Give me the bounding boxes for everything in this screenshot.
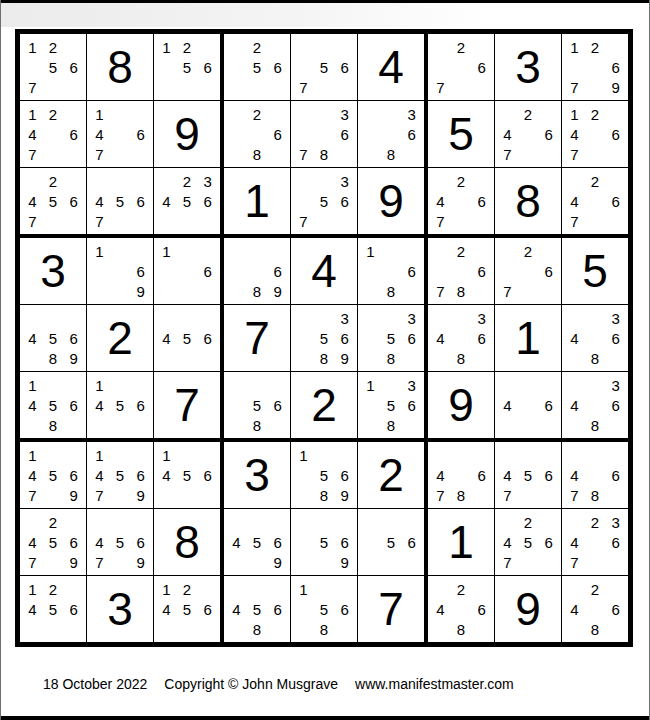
candidate-8 (585, 144, 606, 164)
candidate-5: 5 (177, 191, 198, 211)
candidate-1 (293, 37, 314, 57)
sudoku-cell-r9c4: 4568 (224, 576, 291, 642)
candidate-5: 5 (247, 57, 268, 77)
pencil-marks: 12679 (562, 34, 628, 100)
given-digit: 3 (20, 238, 86, 304)
pencil-marks: 1456 (154, 442, 220, 508)
candidate-3 (267, 579, 288, 599)
candidate-7 (360, 415, 381, 435)
candidate-5 (451, 328, 472, 348)
pencil-marks: 24567 (495, 509, 561, 575)
candidate-6: 6 (197, 191, 218, 211)
candidate-3 (471, 171, 492, 191)
candidate-5 (518, 261, 539, 281)
pencil-marks: 3678 (291, 101, 357, 167)
sudoku-cell-r4c5: 4 (291, 238, 358, 305)
candidate-3 (334, 445, 355, 465)
candidate-7 (293, 619, 314, 639)
candidate-2 (110, 512, 131, 532)
candidate-9 (63, 77, 84, 97)
candidate-2 (314, 171, 335, 191)
candidate-4: 4 (22, 191, 43, 211)
pencil-marks: 145679 (20, 442, 86, 508)
candidate-7 (360, 552, 381, 572)
candidate-5 (451, 465, 472, 485)
candidate-7 (293, 348, 314, 368)
sudoku-cell-r1c8: 3 (495, 34, 562, 101)
candidate-1: 1 (293, 445, 314, 465)
candidate-8 (43, 619, 64, 639)
candidate-9: 9 (130, 552, 151, 572)
candidate-8 (585, 552, 606, 572)
candidate-8: 8 (314, 619, 335, 639)
candidate-4 (564, 57, 585, 77)
candidate-4 (156, 57, 177, 77)
candidate-7 (156, 485, 177, 505)
candidate-6: 6 (605, 57, 626, 77)
candidate-7: 7 (22, 485, 43, 505)
candidate-8 (177, 485, 198, 505)
candidate-4: 4 (564, 532, 585, 552)
candidate-8: 8 (43, 415, 64, 435)
candidate-3 (130, 512, 151, 532)
pencil-marks: 4569 (224, 509, 290, 575)
candidate-7: 7 (293, 211, 314, 231)
candidate-6: 6 (605, 395, 626, 415)
candidate-2 (585, 375, 606, 395)
sudoku-cell-r3c5: 3567 (291, 168, 358, 234)
pencil-marks: 45689 (20, 305, 86, 371)
candidate-7 (360, 348, 381, 368)
candidate-4 (430, 57, 451, 77)
candidate-6: 6 (401, 124, 422, 144)
sudoku-cell-r1c6: 4 (358, 34, 424, 101)
candidate-6: 6 (471, 599, 492, 619)
candidate-6: 6 (605, 599, 626, 619)
candidate-2 (518, 375, 539, 395)
candidate-2: 2 (247, 104, 268, 124)
sudoku-cell-r9c2: 3 (87, 576, 154, 642)
candidate-8: 8 (451, 619, 472, 639)
candidate-5 (314, 124, 335, 144)
candidate-1: 1 (156, 579, 177, 599)
candidate-7 (226, 281, 247, 301)
pencil-marks: 3468 (562, 372, 628, 438)
candidate-1: 1 (22, 579, 43, 599)
sudoku-cell-r8c3: 8 (154, 509, 220, 576)
candidate-9 (130, 211, 151, 231)
candidate-3 (130, 241, 151, 261)
candidate-5: 5 (177, 599, 198, 619)
candidate-2: 2 (43, 512, 64, 532)
candidate-3 (605, 37, 626, 57)
sudoku-cell-r5c1: 45689 (20, 305, 87, 372)
candidate-2 (314, 37, 335, 57)
given-digit: 4 (358, 34, 424, 100)
candidate-8 (43, 77, 64, 97)
pencil-marks: 3468 (428, 305, 494, 371)
candidate-7: 7 (564, 552, 585, 572)
candidate-7 (156, 281, 177, 301)
pencil-marks: 45679 (87, 509, 153, 575)
pencil-marks: 569 (291, 509, 357, 575)
sudoku-cell-r1c1: 12567 (20, 34, 87, 101)
candidate-7 (89, 415, 110, 435)
candidate-4 (360, 328, 381, 348)
candidate-5: 5 (110, 532, 131, 552)
candidate-5 (177, 261, 198, 281)
candidate-1 (293, 171, 314, 191)
candidate-6: 6 (130, 124, 151, 144)
candidate-4 (293, 465, 314, 485)
candidate-8 (518, 552, 539, 572)
candidate-3: 3 (401, 375, 422, 395)
sudoku-box-4: 3169164568924561456814567 (18, 236, 222, 440)
candidate-7 (564, 619, 585, 639)
candidate-5: 5 (314, 57, 335, 77)
sudoku-cell-r4c6: 168 (358, 238, 424, 305)
candidate-8 (110, 144, 131, 164)
candidate-4 (430, 261, 451, 281)
candidate-3 (197, 579, 218, 599)
candidate-2: 2 (177, 579, 198, 599)
given-digit: 7 (224, 305, 290, 371)
candidate-5: 5 (314, 328, 335, 348)
candidate-9 (605, 552, 626, 572)
candidate-3 (538, 241, 559, 261)
candidate-1: 1 (360, 241, 381, 261)
candidate-8: 8 (43, 348, 64, 368)
candidate-6: 6 (401, 395, 422, 415)
candidate-9 (197, 619, 218, 639)
pencil-marks: 368 (358, 101, 424, 167)
candidate-4: 4 (89, 124, 110, 144)
candidate-3 (63, 579, 84, 599)
candidate-9 (401, 348, 422, 368)
sudoku-cell-r5c7: 3468 (428, 305, 495, 372)
pencil-marks: 12467 (20, 101, 86, 167)
sudoku-cell-r9c7: 2468 (428, 576, 495, 642)
pencil-marks: 256 (224, 34, 290, 100)
pencil-marks: 145679 (87, 442, 153, 508)
candidate-1: 1 (293, 579, 314, 599)
candidate-5 (247, 261, 268, 281)
candidate-6: 6 (538, 465, 559, 485)
sudoku-box-2: 25656742683678368135679 (222, 32, 426, 236)
given-digit: 9 (358, 168, 424, 234)
candidate-4: 4 (22, 599, 43, 619)
candidate-6: 6 (63, 532, 84, 552)
candidate-4: 4 (430, 328, 451, 348)
pencil-marks: 568 (224, 372, 290, 438)
sudoku-cell-r5c5: 35689 (291, 305, 358, 372)
candidate-9: 9 (63, 485, 84, 505)
sudoku-cell-r6c9: 3468 (562, 372, 628, 438)
candidate-9 (197, 211, 218, 231)
candidate-3 (267, 375, 288, 395)
candidate-2: 2 (585, 104, 606, 124)
pencil-marks: 12456 (20, 576, 86, 642)
sudoku-cell-r7c5: 15689 (291, 442, 358, 509)
candidate-4 (89, 261, 110, 281)
candidate-3 (63, 308, 84, 328)
candidate-1: 1 (22, 445, 43, 465)
given-digit: 2 (358, 442, 424, 508)
candidate-6: 6 (130, 532, 151, 552)
candidate-3 (471, 37, 492, 57)
candidate-1 (226, 104, 247, 124)
candidate-3: 3 (401, 308, 422, 328)
candidate-2 (518, 445, 539, 465)
sudoku-cell-r1c5: 567 (291, 34, 358, 101)
pencil-marks: 2678 (428, 238, 494, 304)
candidate-9 (63, 415, 84, 435)
candidate-9 (197, 348, 218, 368)
candidate-6: 6 (334, 599, 355, 619)
candidate-7 (89, 281, 110, 301)
given-digit: 1 (495, 305, 561, 371)
candidate-7: 7 (430, 281, 451, 301)
candidate-8: 8 (247, 144, 268, 164)
candidate-2: 2 (451, 241, 472, 261)
candidate-4: 4 (430, 191, 451, 211)
sudoku-cell-r3c3: 23456 (154, 168, 220, 234)
candidate-6: 6 (130, 395, 151, 415)
candidate-7 (564, 415, 585, 435)
candidate-6: 6 (334, 465, 355, 485)
candidate-1: 1 (89, 375, 110, 395)
candidate-4: 4 (564, 191, 585, 211)
candidate-8 (110, 552, 131, 572)
candidate-7: 7 (430, 77, 451, 97)
candidate-9 (471, 211, 492, 231)
candidate-4: 4 (156, 191, 177, 211)
candidate-3 (334, 579, 355, 599)
candidate-8 (314, 211, 335, 231)
pencil-marks: 169 (87, 238, 153, 304)
candidate-9 (605, 415, 626, 435)
pencil-marks: 268 (224, 101, 290, 167)
candidate-9 (267, 144, 288, 164)
candidate-1: 1 (89, 104, 110, 124)
candidate-8: 8 (585, 485, 606, 505)
candidate-4 (293, 532, 314, 552)
candidate-3: 3 (605, 512, 626, 532)
candidate-1 (360, 512, 381, 532)
candidate-6: 6 (197, 599, 218, 619)
candidate-3 (63, 512, 84, 532)
candidate-6: 6 (605, 191, 626, 211)
candidate-5 (518, 124, 539, 144)
sudoku-cell-r9c8: 9 (495, 576, 562, 642)
footer-copyright: Copyright © John Musgrave (164, 676, 338, 692)
candidate-6: 6 (334, 57, 355, 77)
candidate-6: 6 (471, 465, 492, 485)
sudoku-cell-r5c3: 456 (154, 305, 220, 372)
candidate-4 (22, 57, 43, 77)
candidate-7: 7 (89, 211, 110, 231)
sudoku-cell-r7c6: 2 (358, 442, 424, 509)
candidate-4: 4 (564, 465, 585, 485)
candidate-6: 6 (267, 124, 288, 144)
candidate-7 (226, 619, 247, 639)
footer-website: www.manifestmaster.com (355, 676, 514, 692)
candidate-3 (197, 241, 218, 261)
candidate-6: 6 (605, 532, 626, 552)
candidate-1 (156, 171, 177, 191)
candidate-2: 2 (451, 37, 472, 57)
sudoku-cell-r6c7: 9 (428, 372, 495, 438)
candidate-7: 7 (497, 485, 518, 505)
candidate-4 (360, 532, 381, 552)
candidate-3 (267, 241, 288, 261)
sudoku-cell-r2c5: 3678 (291, 101, 358, 168)
candidate-5 (585, 599, 606, 619)
candidate-7: 7 (22, 144, 43, 164)
given-digit: 7 (358, 576, 424, 642)
candidate-5: 5 (177, 57, 198, 77)
given-digit: 3 (87, 576, 153, 642)
sudoku-cell-r5c9: 3468 (562, 305, 628, 372)
candidate-6: 6 (334, 124, 355, 144)
sudoku-cell-r7c2: 145679 (87, 442, 154, 509)
pencil-marks: 56 (358, 509, 424, 575)
candidate-8 (177, 619, 198, 639)
candidate-9: 9 (63, 552, 84, 572)
candidate-9 (197, 77, 218, 97)
candidate-1: 1 (22, 37, 43, 57)
candidate-7: 7 (564, 144, 585, 164)
sudoku-board: 1256781256124671467924567456723456256567… (15, 29, 633, 647)
candidate-9 (267, 77, 288, 97)
candidate-2 (451, 445, 472, 465)
candidate-1 (564, 375, 585, 395)
candidate-9 (538, 485, 559, 505)
candidate-3 (471, 445, 492, 465)
candidate-7: 7 (497, 552, 518, 572)
candidate-3 (267, 37, 288, 57)
candidate-1 (156, 308, 177, 328)
candidate-3: 3 (334, 171, 355, 191)
candidate-2 (247, 241, 268, 261)
candidate-5 (247, 124, 268, 144)
candidate-8 (585, 211, 606, 231)
candidate-1 (430, 37, 451, 57)
candidate-1 (293, 512, 314, 532)
footer: 18 October 2022 Copyright © John Musgrav… (43, 676, 514, 692)
candidate-1 (89, 171, 110, 191)
sudoku-cell-r4c1: 3 (20, 238, 87, 305)
pencil-marks: 2468 (562, 576, 628, 642)
candidate-2 (381, 512, 402, 532)
candidate-1 (360, 104, 381, 124)
candidate-8 (177, 211, 198, 231)
candidate-4 (156, 261, 177, 281)
sudoku-box-9: 46784567467812456723467246892468 (426, 440, 630, 644)
candidate-3 (605, 445, 626, 465)
pencil-marks: 267 (428, 34, 494, 100)
sudoku-box-3: 2673126795246712467246782467 (426, 32, 630, 236)
candidate-6: 6 (605, 328, 626, 348)
candidate-7 (226, 144, 247, 164)
sudoku-cell-r1c9: 12679 (562, 34, 628, 101)
candidate-2: 2 (177, 171, 198, 191)
candidate-8: 8 (314, 485, 335, 505)
candidate-5 (585, 328, 606, 348)
candidate-1 (430, 308, 451, 328)
pencil-marks: 267 (495, 238, 561, 304)
candidate-6: 6 (130, 261, 151, 281)
candidate-9 (401, 552, 422, 572)
candidate-8 (585, 77, 606, 97)
candidate-8: 8 (451, 281, 472, 301)
candidate-8: 8 (585, 415, 606, 435)
sudoku-cell-r2c2: 1467 (87, 101, 154, 168)
given-digit: 2 (291, 372, 357, 438)
candidate-4: 4 (22, 328, 43, 348)
candidate-7 (22, 348, 43, 368)
candidate-3 (63, 445, 84, 465)
candidate-9 (267, 619, 288, 639)
candidate-2: 2 (177, 37, 198, 57)
candidate-1 (226, 241, 247, 261)
candidate-1 (564, 308, 585, 328)
candidate-9 (63, 211, 84, 231)
candidate-8: 8 (314, 144, 335, 164)
given-digit: 8 (495, 168, 561, 234)
sudoku-cell-r7c3: 1456 (154, 442, 220, 509)
candidate-4: 4 (564, 599, 585, 619)
candidate-2 (247, 512, 268, 532)
candidate-9: 9 (334, 485, 355, 505)
candidate-8 (43, 485, 64, 505)
pencil-marks: 46 (495, 372, 561, 438)
candidate-7: 7 (293, 144, 314, 164)
candidate-8 (110, 485, 131, 505)
given-digit: 1 (428, 509, 494, 575)
sudoku-cell-r4c3: 16 (154, 238, 220, 305)
pencil-marks: 2467 (562, 168, 628, 234)
sudoku-cell-r9c6: 7 (358, 576, 424, 642)
candidate-2 (381, 241, 402, 261)
pencil-marks: 2467 (428, 168, 494, 234)
candidate-9: 9 (334, 552, 355, 572)
given-digit: 8 (154, 509, 220, 575)
candidate-9 (334, 211, 355, 231)
candidate-6: 6 (197, 261, 218, 281)
pencil-marks: 12467 (562, 101, 628, 167)
candidate-6: 6 (267, 532, 288, 552)
candidate-4: 4 (22, 465, 43, 485)
candidate-9 (401, 281, 422, 301)
pencil-marks: 567 (291, 34, 357, 100)
candidate-9 (471, 348, 492, 368)
candidate-3 (538, 512, 559, 532)
candidate-8: 8 (247, 619, 268, 639)
candidate-8 (110, 281, 131, 301)
candidate-8 (43, 211, 64, 231)
sudoku-cell-r7c4: 3 (224, 442, 291, 509)
candidate-3 (401, 512, 422, 532)
candidate-6: 6 (63, 599, 84, 619)
candidate-5 (585, 124, 606, 144)
candidate-7 (430, 619, 451, 639)
candidate-6: 6 (334, 532, 355, 552)
candidate-7 (293, 485, 314, 505)
candidate-7 (497, 415, 518, 435)
candidate-4 (226, 395, 247, 415)
candidate-3 (130, 104, 151, 124)
